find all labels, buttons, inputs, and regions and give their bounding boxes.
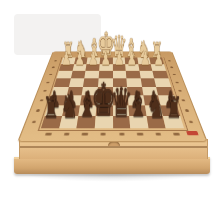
coordinate-mark xyxy=(100,133,106,135)
square-e3 xyxy=(99,71,113,78)
square-g6 xyxy=(64,95,82,105)
square-a4 xyxy=(154,78,171,86)
square-f6 xyxy=(80,95,97,105)
square-g2: ♟ xyxy=(72,64,86,71)
square-f4 xyxy=(83,78,98,86)
coordinate-mark xyxy=(137,133,143,135)
square-a7: ♟ xyxy=(161,105,181,116)
square-b5 xyxy=(142,87,159,96)
square-a6 xyxy=(158,95,176,105)
square-c4 xyxy=(126,78,141,86)
chess-board: ♜♞♝♚♛♝♞♜♟♟♟♟♟♟♟♟♟♟♟♟♟♟♟♟♜♞♝♚♛♝♞♜ xyxy=(19,52,206,141)
peg-hole xyxy=(175,81,179,83)
square-h3 xyxy=(57,71,73,78)
square-a2: ♟ xyxy=(151,64,166,71)
square-c8: ♝ xyxy=(129,116,148,128)
square-f7: ♟ xyxy=(79,105,97,116)
coordinate-mark xyxy=(45,133,51,135)
peg-hole xyxy=(172,74,176,76)
peg-hole xyxy=(36,109,40,111)
peg-hole xyxy=(46,81,50,83)
peg-hole xyxy=(185,109,189,111)
square-d7: ♟ xyxy=(113,105,130,116)
square-b6 xyxy=(143,95,161,105)
peg-hole xyxy=(54,60,57,61)
square-e2: ♟ xyxy=(99,64,112,71)
peg-hole xyxy=(40,99,44,101)
square-e7: ♟ xyxy=(96,105,113,116)
square-a8: ♜ xyxy=(163,116,184,128)
square-d6 xyxy=(113,95,129,105)
square-c7: ♟ xyxy=(129,105,147,116)
peg-hole xyxy=(32,121,37,124)
square-d3 xyxy=(113,71,127,78)
coordinate-mark xyxy=(119,133,125,135)
peg-hole xyxy=(43,90,47,92)
piece-black-king: ♚ xyxy=(86,77,121,122)
peg-hole xyxy=(49,74,53,76)
coordinate-mark xyxy=(82,133,88,135)
square-g8: ♞ xyxy=(59,116,79,128)
square-a5 xyxy=(156,87,173,96)
square-a3 xyxy=(153,71,169,78)
square-b4 xyxy=(140,78,156,86)
square-f5 xyxy=(82,87,98,96)
square-d5 xyxy=(113,87,128,96)
front-rail-coordinate-marks xyxy=(38,130,187,137)
square-c3 xyxy=(126,71,141,78)
square-d8: ♛ xyxy=(113,116,131,128)
square-f8: ♝ xyxy=(77,116,96,128)
brand-logo xyxy=(186,131,199,135)
peg-hole xyxy=(181,99,185,101)
coordinate-mark xyxy=(64,133,70,135)
board-grid: ♜♞♝♚♛♝♞♜♟♟♟♟♟♟♟♟♟♟♟♟♟♟♟♟♜♞♝♚♛♝♞♜ xyxy=(41,58,184,129)
square-d2: ♟ xyxy=(113,64,126,71)
square-c5 xyxy=(127,87,143,96)
square-c2: ♟ xyxy=(125,64,139,71)
square-g5 xyxy=(67,87,84,96)
board-scene: ♜♞♝♚♛♝♞♜♟♟♟♟♟♟♟♟♟♟♟♟♟♟♟♟♜♞♝♚♛♝♞♜ xyxy=(0,0,220,220)
product-photo-canvas: ♜♞♝♚♛♝♞♜♟♟♟♟♟♟♟♟♟♟♟♟♟♟♟♟♜♞♝♚♛♝♞♜ xyxy=(0,0,220,220)
coordinate-mark xyxy=(174,133,180,135)
square-c6 xyxy=(128,95,145,105)
peg-hole xyxy=(168,60,171,61)
peg-hole xyxy=(170,67,173,68)
square-e8: ♚ xyxy=(95,116,113,128)
square-g7: ♟ xyxy=(62,105,81,116)
square-g4 xyxy=(69,78,85,86)
square-e6 xyxy=(96,95,112,105)
square-d4 xyxy=(113,78,128,86)
square-f3 xyxy=(85,71,100,78)
peg-hole xyxy=(52,67,55,68)
peg-hole xyxy=(178,90,182,92)
square-f2: ♟ xyxy=(86,64,100,71)
square-e5 xyxy=(97,87,112,96)
peg-hole xyxy=(189,121,194,124)
square-e4 xyxy=(98,78,113,86)
square-b7: ♟ xyxy=(145,105,164,116)
coordinate-mark xyxy=(155,133,161,135)
square-g3 xyxy=(71,71,86,78)
